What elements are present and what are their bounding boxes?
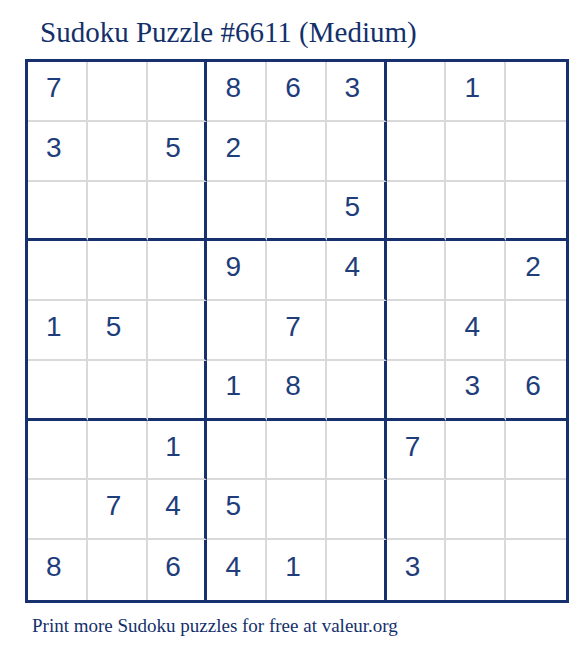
- sudoku-cell-r8c7[interactable]: [387, 480, 447, 540]
- sudoku-cell-r5c4[interactable]: [207, 301, 267, 361]
- sudoku-cell-r2c7[interactable]: [387, 122, 447, 182]
- cell-digit: 7: [106, 490, 122, 522]
- sudoku-cell-r5c8[interactable]: 4: [446, 301, 506, 361]
- sudoku-cell-r8c8[interactable]: [446, 480, 506, 540]
- sudoku-cell-r8c5[interactable]: [267, 480, 327, 540]
- sudoku-cell-r1c1[interactable]: 7: [28, 62, 88, 122]
- sudoku-cell-r4c4[interactable]: 9: [207, 241, 267, 301]
- sudoku-cell-r4c5[interactable]: [267, 241, 327, 301]
- sudoku-cell-r9c5[interactable]: 1: [267, 540, 327, 600]
- sudoku-cell-r2c5[interactable]: [267, 122, 327, 182]
- cell-digit: 4: [344, 251, 360, 283]
- sudoku-cell-r7c3[interactable]: 1: [148, 421, 208, 481]
- sudoku-cell-r8c4[interactable]: 5: [207, 480, 267, 540]
- sudoku-cell-r3c3[interactable]: [148, 182, 208, 242]
- cell-digit: 7: [405, 431, 421, 463]
- sudoku-cell-r4c7[interactable]: [387, 241, 447, 301]
- sudoku-cell-r5c2[interactable]: 5: [88, 301, 148, 361]
- sudoku-cell-r1c2[interactable]: [88, 62, 148, 122]
- sudoku-cell-r7c7[interactable]: 7: [387, 421, 447, 481]
- footer-text: Print more Sudoku puzzles for free at va…: [32, 615, 398, 637]
- sudoku-cell-r6c9[interactable]: 6: [506, 361, 566, 421]
- sudoku-cell-r9c7[interactable]: 3: [387, 540, 447, 600]
- sudoku-cell-r9c9[interactable]: [506, 540, 566, 600]
- cell-digit: 5: [106, 311, 122, 343]
- sudoku-cell-r4c1[interactable]: [28, 241, 88, 301]
- sudoku-cell-r3c8[interactable]: [446, 182, 506, 242]
- sudoku-cell-r1c6[interactable]: 3: [327, 62, 387, 122]
- sudoku-cell-r3c7[interactable]: [387, 182, 447, 242]
- sudoku-cell-r8c9[interactable]: [506, 480, 566, 540]
- cell-digit: 7: [46, 72, 62, 104]
- cell-digit: 6: [525, 370, 541, 402]
- sudoku-page: Sudoku Puzzle #6611 (Medium) 78631352594…: [0, 0, 574, 651]
- page-title: Sudoku Puzzle #6611 (Medium): [40, 16, 417, 49]
- cell-digit: 4: [465, 311, 481, 343]
- sudoku-cell-r3c1[interactable]: [28, 182, 88, 242]
- sudoku-cell-r9c1[interactable]: 8: [28, 540, 88, 600]
- sudoku-cell-r6c3[interactable]: [148, 361, 208, 421]
- sudoku-cell-r5c1[interactable]: 1: [28, 301, 88, 361]
- sudoku-cell-r3c9[interactable]: [506, 182, 566, 242]
- sudoku-cell-r6c1[interactable]: [28, 361, 88, 421]
- cell-digit: 9: [225, 251, 241, 283]
- cell-digit: 6: [285, 72, 301, 104]
- sudoku-cell-r1c9[interactable]: [506, 62, 566, 122]
- sudoku-cell-r6c4[interactable]: 1: [207, 361, 267, 421]
- cell-digit: 1: [285, 551, 301, 583]
- sudoku-cell-r7c8[interactable]: [446, 421, 506, 481]
- sudoku-cell-r5c9[interactable]: [506, 301, 566, 361]
- sudoku-cell-r4c3[interactable]: [148, 241, 208, 301]
- sudoku-cell-r7c1[interactable]: [28, 421, 88, 481]
- cell-digit: 2: [525, 251, 541, 283]
- sudoku-cell-r4c2[interactable]: [88, 241, 148, 301]
- sudoku-cell-r5c7[interactable]: [387, 301, 447, 361]
- sudoku-cell-r8c3[interactable]: 4: [148, 480, 208, 540]
- sudoku-cell-r7c9[interactable]: [506, 421, 566, 481]
- cell-digit: 5: [225, 490, 241, 522]
- sudoku-cell-r2c4[interactable]: 2: [207, 122, 267, 182]
- sudoku-cell-r9c4[interactable]: 4: [207, 540, 267, 600]
- sudoku-cell-r8c2[interactable]: 7: [88, 480, 148, 540]
- sudoku-cell-r2c9[interactable]: [506, 122, 566, 182]
- sudoku-cell-r7c2[interactable]: [88, 421, 148, 481]
- sudoku-cell-r2c3[interactable]: 5: [148, 122, 208, 182]
- sudoku-cell-r9c8[interactable]: [446, 540, 506, 600]
- sudoku-cell-r8c6[interactable]: [327, 480, 387, 540]
- sudoku-board: 786313525942157418361774586413: [25, 59, 569, 603]
- cell-digit: 3: [405, 551, 421, 583]
- cell-digit: 3: [46, 132, 62, 164]
- cell-digit: 7: [285, 311, 301, 343]
- sudoku-cell-r9c6[interactable]: [327, 540, 387, 600]
- cell-digit: 8: [225, 72, 241, 104]
- sudoku-cell-r5c3[interactable]: [148, 301, 208, 361]
- sudoku-cell-r1c5[interactable]: 6: [267, 62, 327, 122]
- sudoku-cell-r3c5[interactable]: [267, 182, 327, 242]
- cell-digit: 1: [465, 72, 481, 104]
- sudoku-cell-r9c3[interactable]: 6: [148, 540, 208, 600]
- sudoku-cell-r1c8[interactable]: 1: [446, 62, 506, 122]
- cell-digit: 1: [165, 431, 181, 463]
- cell-digit: 3: [344, 72, 360, 104]
- sudoku-cell-r7c4[interactable]: [207, 421, 267, 481]
- sudoku-cell-r2c8[interactable]: [446, 122, 506, 182]
- cell-digit: 4: [165, 490, 181, 522]
- sudoku-cell-r3c2[interactable]: [88, 182, 148, 242]
- cell-digit: 1: [225, 370, 241, 402]
- cell-digit: 4: [225, 551, 241, 583]
- sudoku-cell-r9c2[interactable]: [88, 540, 148, 600]
- sudoku-cell-r1c3[interactable]: [148, 62, 208, 122]
- cell-digit: 2: [225, 132, 241, 164]
- sudoku-cell-r2c2[interactable]: [88, 122, 148, 182]
- sudoku-cell-r6c5[interactable]: 8: [267, 361, 327, 421]
- sudoku-cell-r2c1[interactable]: 3: [28, 122, 88, 182]
- sudoku-cell-r1c7[interactable]: [387, 62, 447, 122]
- sudoku-cell-r6c7[interactable]: [387, 361, 447, 421]
- sudoku-cell-r6c2[interactable]: [88, 361, 148, 421]
- sudoku-cell-r3c4[interactable]: [207, 182, 267, 242]
- sudoku-cell-r5c5[interactable]: 7: [267, 301, 327, 361]
- sudoku-cell-r4c6[interactable]: 4: [327, 241, 387, 301]
- sudoku-cell-r4c9[interactable]: 2: [506, 241, 566, 301]
- sudoku-cell-r6c8[interactable]: 3: [446, 361, 506, 421]
- cell-digit: 8: [46, 551, 62, 583]
- cell-digit: 5: [165, 132, 181, 164]
- cell-digit: 5: [344, 191, 360, 223]
- cell-digit: 1: [46, 311, 62, 343]
- sudoku-cell-r6c6[interactable]: [327, 361, 387, 421]
- sudoku-cell-r7c6[interactable]: [327, 421, 387, 481]
- sudoku-cell-r1c4[interactable]: 8: [207, 62, 267, 122]
- sudoku-cell-r4c8[interactable]: [446, 241, 506, 301]
- sudoku-cell-r7c5[interactable]: [267, 421, 327, 481]
- sudoku-cell-r5c6[interactable]: [327, 301, 387, 361]
- cell-digit: 3: [465, 370, 481, 402]
- cell-digit: 6: [165, 551, 181, 583]
- cell-digit: 8: [285, 370, 301, 402]
- sudoku-cell-r8c1[interactable]: [28, 480, 88, 540]
- sudoku-cell-r2c6[interactable]: [327, 122, 387, 182]
- sudoku-cell-r3c6[interactable]: 5: [327, 182, 387, 242]
